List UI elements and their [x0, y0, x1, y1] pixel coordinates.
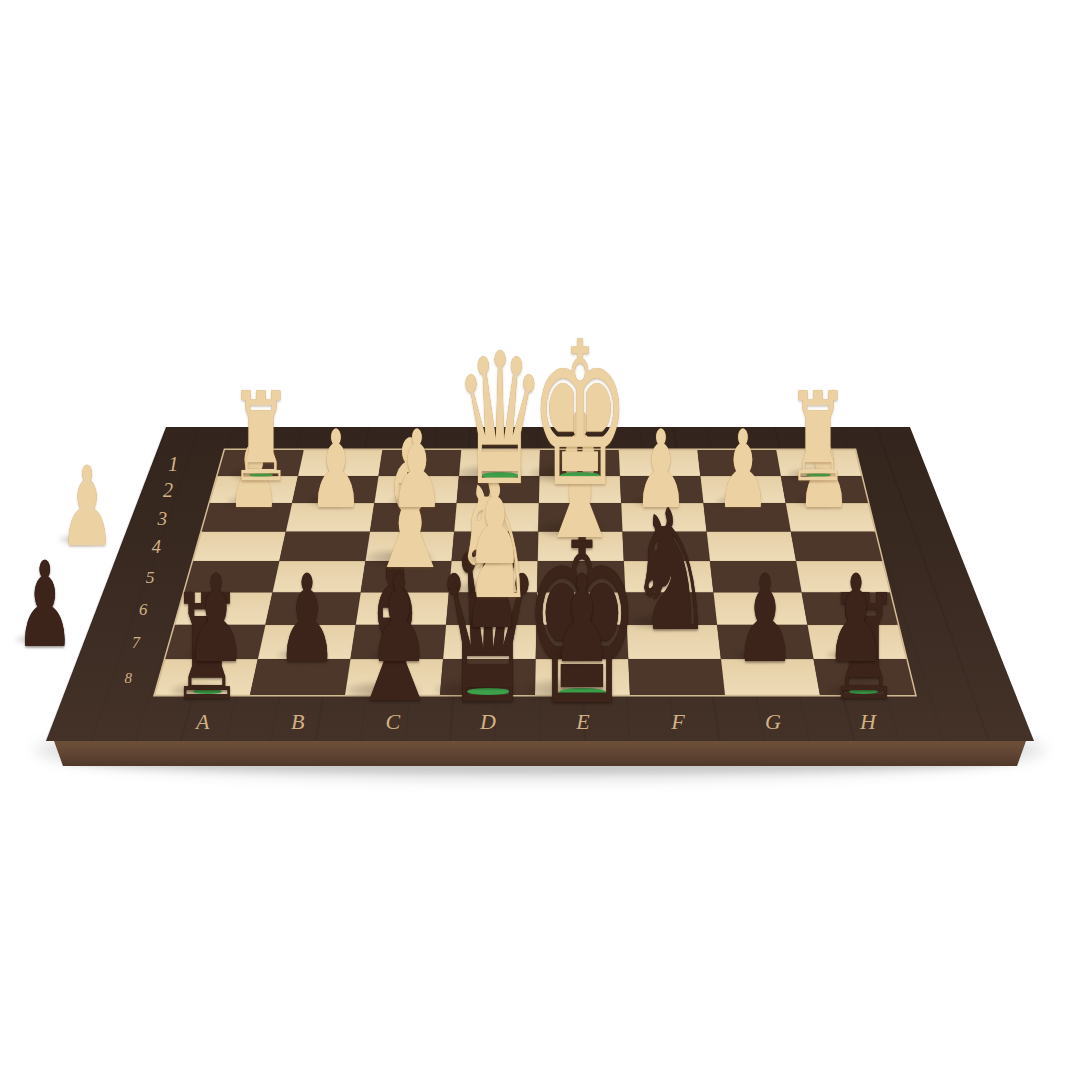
pawn-glyph: ♟	[783, 559, 929, 680]
chess-scene: ABCDEFGH87654321 ♜♝♛♚♜♟♟♟♟♟♟♟♞♞♝♟♝♟♟♟♟♟♟…	[0, 0, 1080, 1080]
file-label-f: F	[670, 709, 685, 734]
file-label-g: G	[765, 709, 781, 734]
rank-label-1: 1	[168, 452, 179, 476]
rook-glyph: ♜	[746, 376, 892, 499]
rank-label-8: 8	[124, 670, 132, 686]
rank-label-2: 2	[163, 479, 173, 501]
king-glyph: ♚	[507, 315, 653, 515]
file-label-b: B	[291, 709, 304, 734]
rook-glyph: ♜	[188, 376, 334, 499]
pawn-glyph: ♟	[0, 546, 118, 664]
